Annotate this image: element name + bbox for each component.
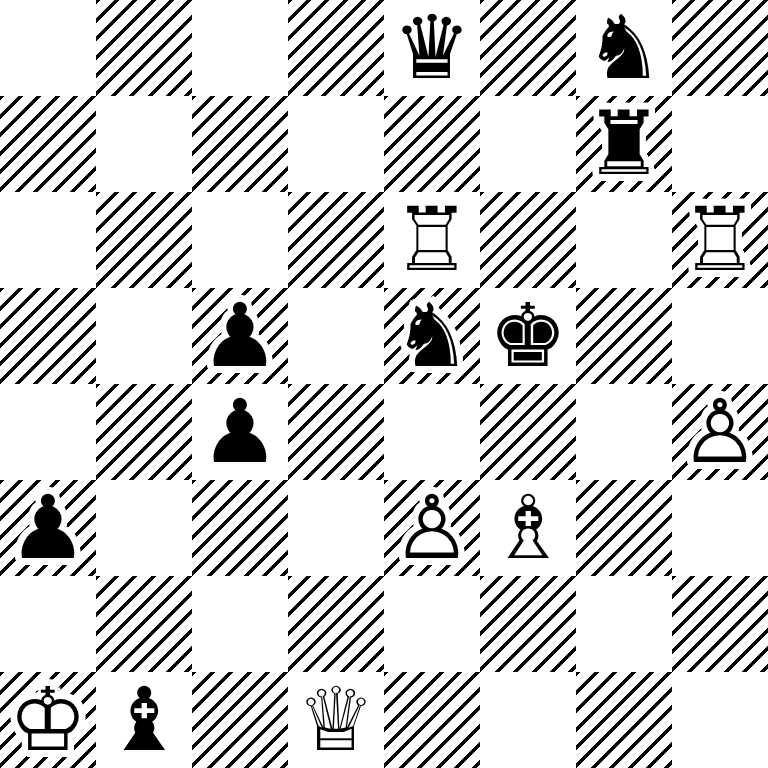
black-king-icon: ♚ bbox=[480, 288, 576, 384]
chess-board: ♛♛♞♞♜♜♜♖♜♖♟♟♞♞♚♚♟♟♟♙♟♟♟♙♝♗♚♔♝♝♛♕ bbox=[0, 0, 768, 768]
square-c4[interactable]: ♟♟ bbox=[192, 384, 288, 480]
square-f3[interactable]: ♝♗ bbox=[480, 480, 576, 576]
square-h8[interactable] bbox=[672, 0, 768, 96]
square-c2[interactable] bbox=[192, 576, 288, 672]
square-g8[interactable]: ♞♞ bbox=[576, 0, 672, 96]
piece-white-pawn: ♟♙ bbox=[672, 384, 768, 480]
square-e3[interactable]: ♟♙ bbox=[384, 480, 480, 576]
piece-white-bishop: ♝♗ bbox=[480, 480, 576, 576]
square-c5[interactable]: ♟♟ bbox=[192, 288, 288, 384]
piece-white-rook: ♜♖ bbox=[384, 192, 480, 288]
piece-black-pawn: ♟♟ bbox=[192, 384, 288, 480]
piece-black-knight: ♞♞ bbox=[576, 0, 672, 96]
piece-black-knight: ♞♞ bbox=[384, 288, 480, 384]
square-h3[interactable] bbox=[672, 480, 768, 576]
square-e1[interactable] bbox=[384, 672, 480, 768]
white-rook-icon: ♖ bbox=[384, 192, 480, 288]
square-e5[interactable]: ♞♞ bbox=[384, 288, 480, 384]
square-f4[interactable] bbox=[480, 384, 576, 480]
square-g4[interactable] bbox=[576, 384, 672, 480]
square-b1[interactable]: ♝♝ bbox=[96, 672, 192, 768]
piece-black-rook: ♜♜ bbox=[576, 96, 672, 192]
square-b6[interactable] bbox=[96, 192, 192, 288]
square-a5[interactable] bbox=[0, 288, 96, 384]
piece-white-pawn: ♟♙ bbox=[384, 480, 480, 576]
square-h5[interactable] bbox=[672, 288, 768, 384]
piece-black-king: ♚♚ bbox=[480, 288, 576, 384]
black-pawn-icon: ♟ bbox=[0, 480, 96, 576]
square-d1[interactable]: ♛♕ bbox=[288, 672, 384, 768]
square-b4[interactable] bbox=[96, 384, 192, 480]
square-a6[interactable] bbox=[0, 192, 96, 288]
square-e2[interactable] bbox=[384, 576, 480, 672]
square-d2[interactable] bbox=[288, 576, 384, 672]
piece-white-king: ♚♔ bbox=[0, 672, 96, 768]
black-queen-icon: ♛ bbox=[384, 0, 480, 96]
square-h1[interactable] bbox=[672, 672, 768, 768]
square-a3[interactable]: ♟♟ bbox=[0, 480, 96, 576]
white-queen-icon: ♕ bbox=[288, 672, 384, 768]
square-f7[interactable] bbox=[480, 96, 576, 192]
square-g7[interactable]: ♜♜ bbox=[576, 96, 672, 192]
square-f2[interactable] bbox=[480, 576, 576, 672]
square-g3[interactable] bbox=[576, 480, 672, 576]
square-a2[interactable] bbox=[0, 576, 96, 672]
square-d7[interactable] bbox=[288, 96, 384, 192]
square-c6[interactable] bbox=[192, 192, 288, 288]
square-d8[interactable] bbox=[288, 0, 384, 96]
square-e7[interactable] bbox=[384, 96, 480, 192]
square-f6[interactable] bbox=[480, 192, 576, 288]
square-g5[interactable] bbox=[576, 288, 672, 384]
square-e6[interactable]: ♜♖ bbox=[384, 192, 480, 288]
square-g1[interactable] bbox=[576, 672, 672, 768]
piece-white-rook: ♜♖ bbox=[672, 192, 768, 288]
square-d3[interactable] bbox=[288, 480, 384, 576]
black-knight-icon: ♞ bbox=[576, 0, 672, 96]
square-c3[interactable] bbox=[192, 480, 288, 576]
square-f1[interactable] bbox=[480, 672, 576, 768]
square-d6[interactable] bbox=[288, 192, 384, 288]
white-pawn-icon: ♙ bbox=[672, 384, 768, 480]
square-b8[interactable] bbox=[96, 0, 192, 96]
black-knight-icon: ♞ bbox=[384, 288, 480, 384]
white-pawn-icon: ♙ bbox=[384, 480, 480, 576]
square-f8[interactable] bbox=[480, 0, 576, 96]
square-e8[interactable]: ♛♛ bbox=[384, 0, 480, 96]
square-a1[interactable]: ♚♔ bbox=[0, 672, 96, 768]
piece-black-bishop: ♝♝ bbox=[96, 672, 192, 768]
square-h6[interactable]: ♜♖ bbox=[672, 192, 768, 288]
square-b5[interactable] bbox=[96, 288, 192, 384]
black-bishop-icon: ♝ bbox=[96, 672, 192, 768]
black-pawn-icon: ♟ bbox=[192, 288, 288, 384]
square-g2[interactable] bbox=[576, 576, 672, 672]
square-h2[interactable] bbox=[672, 576, 768, 672]
square-b7[interactable] bbox=[96, 96, 192, 192]
black-pawn-icon: ♟ bbox=[192, 384, 288, 480]
square-h4[interactable]: ♟♙ bbox=[672, 384, 768, 480]
square-b2[interactable] bbox=[96, 576, 192, 672]
square-a8[interactable] bbox=[0, 0, 96, 96]
square-b3[interactable] bbox=[96, 480, 192, 576]
square-c1[interactable] bbox=[192, 672, 288, 768]
square-d4[interactable] bbox=[288, 384, 384, 480]
white-king-icon: ♔ bbox=[0, 672, 96, 768]
piece-black-pawn: ♟♟ bbox=[0, 480, 96, 576]
white-rook-icon: ♖ bbox=[672, 192, 768, 288]
piece-black-queen: ♛♛ bbox=[384, 0, 480, 96]
square-a4[interactable] bbox=[0, 384, 96, 480]
square-e4[interactable] bbox=[384, 384, 480, 480]
square-a7[interactable] bbox=[0, 96, 96, 192]
square-f5[interactable]: ♚♚ bbox=[480, 288, 576, 384]
square-c7[interactable] bbox=[192, 96, 288, 192]
square-c8[interactable] bbox=[192, 0, 288, 96]
white-bishop-icon: ♗ bbox=[480, 480, 576, 576]
square-g6[interactable] bbox=[576, 192, 672, 288]
square-h7[interactable] bbox=[672, 96, 768, 192]
piece-white-queen: ♛♕ bbox=[288, 672, 384, 768]
black-rook-icon: ♜ bbox=[576, 96, 672, 192]
piece-black-pawn: ♟♟ bbox=[192, 288, 288, 384]
square-d5[interactable] bbox=[288, 288, 384, 384]
